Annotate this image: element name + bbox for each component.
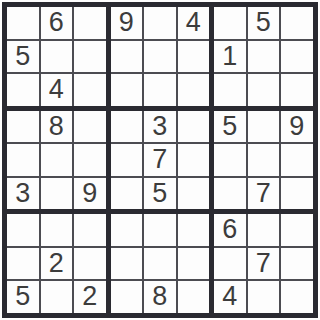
cell-r8c1[interactable] xyxy=(7,248,39,280)
cell-r8c5[interactable] xyxy=(144,248,176,280)
cell-r8c2[interactable]: 2 xyxy=(41,248,73,280)
cell-r5c9[interactable] xyxy=(281,144,313,176)
cell-r3c2[interactable]: 4 xyxy=(41,74,73,106)
cell-r9c5[interactable]: 8 xyxy=(144,281,176,313)
cell-r2c4[interactable] xyxy=(111,41,143,73)
cell-r5c1[interactable] xyxy=(7,144,39,176)
cell-r7c5[interactable] xyxy=(144,214,176,246)
cell-r9c8[interactable] xyxy=(248,281,280,313)
cell-r3c6[interactable] xyxy=(178,74,210,106)
cell-r5c6[interactable] xyxy=(178,144,210,176)
cell-r1c2[interactable]: 6 xyxy=(41,7,73,39)
cell-r1c5[interactable] xyxy=(144,7,176,39)
cell-r7c2[interactable] xyxy=(41,214,73,246)
cell-r7c9[interactable] xyxy=(281,214,313,246)
cell-r8c6[interactable] xyxy=(178,248,210,280)
cell-r8c9[interactable] xyxy=(281,248,313,280)
cell-r1c9[interactable] xyxy=(281,7,313,39)
cell-r3c1[interactable] xyxy=(7,74,39,106)
cell-r9c1[interactable]: 5 xyxy=(7,281,39,313)
cell-r7c7[interactable]: 6 xyxy=(214,214,246,246)
cell-r5c4[interactable] xyxy=(111,144,143,176)
cell-r1c7[interactable] xyxy=(214,7,246,39)
cell-r3c9[interactable] xyxy=(281,74,313,106)
cell-r2c8[interactable] xyxy=(248,41,280,73)
cell-r3c4[interactable] xyxy=(111,74,143,106)
cell-r2c7[interactable]: 1 xyxy=(214,41,246,73)
sudoku-board: 69455148359739576275284 xyxy=(2,2,318,318)
cell-r6c5[interactable]: 5 xyxy=(144,178,176,210)
cell-r9c9[interactable] xyxy=(281,281,313,313)
cell-r5c5[interactable]: 7 xyxy=(144,144,176,176)
cell-r3c3[interactable] xyxy=(74,74,106,106)
cell-r5c2[interactable] xyxy=(41,144,73,176)
cell-r8c4[interactable] xyxy=(111,248,143,280)
cell-r6c2[interactable] xyxy=(41,178,73,210)
cell-r7c4[interactable] xyxy=(111,214,143,246)
cell-r6c1[interactable]: 3 xyxy=(7,178,39,210)
cell-r1c1[interactable] xyxy=(7,7,39,39)
cell-r1c8[interactable]: 5 xyxy=(248,7,280,39)
cell-r2c9[interactable] xyxy=(281,41,313,73)
cell-r4c1[interactable] xyxy=(7,111,39,143)
cell-r2c2[interactable] xyxy=(41,41,73,73)
page: 69455148359739576275284 xyxy=(0,0,320,320)
cell-r6c7[interactable] xyxy=(214,178,246,210)
cell-r7c1[interactable] xyxy=(7,214,39,246)
cell-r7c6[interactable] xyxy=(178,214,210,246)
cell-r6c3[interactable]: 9 xyxy=(74,178,106,210)
cell-r4c2[interactable]: 8 xyxy=(41,111,73,143)
cell-r5c3[interactable] xyxy=(74,144,106,176)
cell-r4c6[interactable] xyxy=(178,111,210,143)
cell-r4c3[interactable] xyxy=(74,111,106,143)
cell-r8c8[interactable]: 7 xyxy=(248,248,280,280)
cell-r4c8[interactable] xyxy=(248,111,280,143)
cell-r3c7[interactable] xyxy=(214,74,246,106)
cell-r9c7[interactable]: 4 xyxy=(214,281,246,313)
cell-r9c4[interactable] xyxy=(111,281,143,313)
cell-r4c4[interactable] xyxy=(111,111,143,143)
cell-r6c8[interactable]: 7 xyxy=(248,178,280,210)
cell-r2c5[interactable] xyxy=(144,41,176,73)
cell-r6c9[interactable] xyxy=(281,178,313,210)
cell-r1c6[interactable]: 4 xyxy=(178,7,210,39)
cell-r1c4[interactable]: 9 xyxy=(111,7,143,39)
cell-r5c7[interactable] xyxy=(214,144,246,176)
cell-r8c7[interactable] xyxy=(214,248,246,280)
cell-r7c3[interactable] xyxy=(74,214,106,246)
cell-r6c4[interactable] xyxy=(111,178,143,210)
cell-r6c6[interactable] xyxy=(178,178,210,210)
cell-r4c5[interactable]: 3 xyxy=(144,111,176,143)
cell-r8c3[interactable] xyxy=(74,248,106,280)
cell-r2c6[interactable] xyxy=(178,41,210,73)
cell-r3c8[interactable] xyxy=(248,74,280,106)
cell-r7c8[interactable] xyxy=(248,214,280,246)
cell-r2c1[interactable]: 5 xyxy=(7,41,39,73)
cell-r3c5[interactable] xyxy=(144,74,176,106)
cell-r1c3[interactable] xyxy=(74,7,106,39)
cell-r4c9[interactable]: 9 xyxy=(281,111,313,143)
cell-r9c2[interactable] xyxy=(41,281,73,313)
cell-r4c7[interactable]: 5 xyxy=(214,111,246,143)
cell-r5c8[interactable] xyxy=(248,144,280,176)
cell-r2c3[interactable] xyxy=(74,41,106,73)
cell-r9c3[interactable]: 2 xyxy=(74,281,106,313)
cell-r9c6[interactable] xyxy=(178,281,210,313)
